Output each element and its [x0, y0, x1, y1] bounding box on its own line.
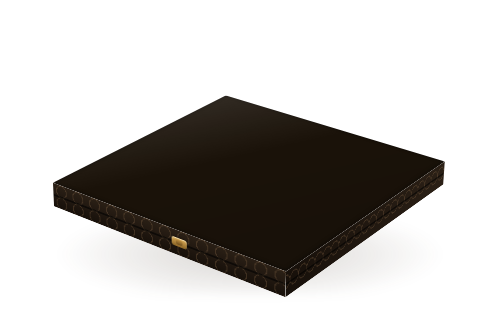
photo-scene — [0, 0, 500, 333]
brass-clasp — [172, 236, 187, 250]
product-photo[interactable] — [0, 0, 500, 333]
